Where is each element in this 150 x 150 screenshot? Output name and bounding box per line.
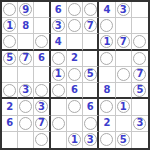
given-digit: 6 [55, 5, 62, 15]
cell-r4c5: 2 [67, 51, 83, 67]
cell-r3c5[interactable] [67, 34, 83, 50]
odd-circle-empty [19, 117, 32, 130]
odd-circle-empty [35, 35, 48, 48]
cell-r7c7[interactable] [99, 99, 115, 115]
odd-circle-empty [3, 3, 16, 16]
sudoku-board: 964318374175762157368523616723135 [0, 0, 150, 150]
given-digit: 6 [87, 102, 94, 112]
odd-circle-empty [84, 3, 97, 16]
odd-circle-empty [68, 19, 81, 32]
odd-circle-empty [68, 3, 81, 16]
cell-r9c9[interactable] [132, 132, 148, 148]
cell-r5c9: 7 [132, 67, 148, 83]
cell-r7c3: 3 [34, 99, 50, 115]
odd-circle-empty [19, 100, 32, 113]
given-digit: 7 [87, 21, 94, 31]
odd-circle-empty [133, 35, 146, 48]
cell-r3c1[interactable] [2, 34, 18, 50]
cell-r9c6: 3 [83, 132, 99, 148]
cell-r9c1[interactable] [2, 132, 18, 148]
cell-r6c3[interactable] [34, 83, 50, 99]
cell-r2c6: 7 [83, 18, 99, 34]
given-digit: 2 [103, 118, 110, 128]
cell-r9c5: 1 [67, 132, 83, 148]
cell-r6c6[interactable] [83, 83, 99, 99]
given-digit: 1 [120, 102, 127, 112]
given-digit: 2 [6, 102, 13, 112]
given-digit: 1 [71, 135, 78, 145]
odd-circle-empty [100, 52, 113, 65]
cell-r6c4[interactable] [51, 83, 67, 99]
cell-r7c9[interactable] [132, 99, 148, 115]
cell-r9c2[interactable] [18, 132, 34, 148]
odd-circle-empty [52, 84, 65, 97]
cell-r6c1[interactable] [2, 83, 18, 99]
given-digit: 8 [22, 21, 29, 31]
cell-r2c3[interactable] [34, 18, 50, 34]
given-digit: 7 [38, 118, 45, 128]
given-digit: 3 [136, 118, 143, 128]
cell-r3c2[interactable] [18, 34, 34, 50]
cell-r2c5[interactable] [67, 18, 83, 34]
cell-r3c3[interactable] [34, 34, 50, 50]
given-digit: 1 [103, 37, 110, 47]
cell-r4c6[interactable] [83, 51, 99, 67]
cell-r7c2[interactable] [18, 99, 34, 115]
cell-r8c9: 3 [132, 116, 148, 132]
cell-r6c2: 3 [18, 83, 34, 99]
cell-r6c9: 5 [132, 83, 148, 99]
cell-r5c6: 5 [83, 67, 99, 83]
cell-r1c2: 9 [18, 2, 34, 18]
cell-r3c8: 7 [116, 34, 132, 50]
cell-r9c4[interactable] [51, 132, 67, 148]
given-digit: 5 [120, 135, 127, 145]
cell-r4c8[interactable] [116, 51, 132, 67]
cell-r7c6: 6 [83, 99, 99, 115]
given-digit: 2 [71, 53, 78, 63]
cell-r4c1: 5 [2, 51, 18, 67]
cell-r8c1: 6 [2, 116, 18, 132]
cell-r8c8[interactable] [116, 116, 132, 132]
odd-circle-empty [35, 84, 48, 97]
cell-r8c2[interactable] [18, 116, 34, 132]
given-digit: 4 [55, 37, 62, 47]
cell-r1c7: 4 [99, 2, 115, 18]
cell-r2c4: 3 [51, 18, 67, 34]
cell-r8c3: 7 [34, 116, 50, 132]
cell-r8c7: 2 [99, 116, 115, 132]
odd-circle-empty [52, 117, 65, 130]
cell-r3c4: 4 [51, 34, 67, 50]
given-digit: 7 [22, 53, 29, 63]
cell-r1c3[interactable] [34, 2, 50, 18]
given-digit: 1 [6, 21, 13, 31]
cell-r8c4[interactable] [51, 116, 67, 132]
odd-circle-empty [35, 133, 48, 146]
cell-r6c7: 8 [99, 83, 115, 99]
odd-circle-empty [117, 68, 130, 81]
odd-circle-empty [3, 35, 16, 48]
cell-r4c7[interactable] [99, 51, 115, 67]
cell-r1c4: 6 [51, 2, 67, 18]
odd-circle-empty [100, 133, 113, 146]
cell-r4c3: 6 [34, 51, 50, 67]
cell-r8c5[interactable] [67, 116, 83, 132]
cell-r9c7[interactable] [99, 132, 115, 148]
cell-r2c9[interactable] [132, 18, 148, 34]
cell-r5c3[interactable] [34, 67, 50, 83]
cell-r8c6[interactable] [83, 116, 99, 132]
cell-r3c9[interactable] [132, 34, 148, 50]
odd-circle-empty [68, 100, 81, 113]
given-digit: 6 [38, 53, 45, 63]
cell-r5c4: 1 [51, 67, 67, 83]
cell-r5c7[interactable] [99, 67, 115, 83]
given-digit: 6 [71, 85, 78, 95]
cell-r7c4[interactable] [51, 99, 67, 115]
given-digit: 6 [6, 118, 13, 128]
cell-r6c5: 6 [67, 83, 83, 99]
given-digit: 3 [87, 135, 94, 145]
cell-r7c5[interactable] [67, 99, 83, 115]
cell-r4c2: 7 [18, 51, 34, 67]
cell-r5c2[interactable] [18, 67, 34, 83]
cell-r2c8[interactable] [116, 18, 132, 34]
given-digit: 4 [103, 5, 110, 15]
odd-circle-empty [84, 117, 97, 130]
cell-r7c8: 1 [116, 99, 132, 115]
given-digit: 5 [6, 53, 13, 63]
given-digit: 7 [120, 37, 127, 47]
odd-circle-empty [3, 84, 16, 97]
cell-r5c5[interactable] [67, 67, 83, 83]
given-digit: 9 [22, 5, 29, 15]
cell-r9c3[interactable] [34, 132, 50, 148]
cell-r3c6[interactable] [83, 34, 99, 50]
given-digit: 3 [38, 102, 45, 112]
given-digit: 7 [136, 69, 143, 79]
odd-circle-empty [52, 52, 65, 65]
given-digit: 8 [103, 85, 110, 95]
cell-r4c9[interactable] [132, 51, 148, 67]
given-digit: 3 [22, 85, 29, 95]
cell-r5c1[interactable] [2, 67, 18, 83]
cell-r1c6[interactable] [83, 2, 99, 18]
cell-r1c5[interactable] [67, 2, 83, 18]
odd-circle-empty [100, 19, 113, 32]
odd-circle-empty [68, 68, 81, 81]
cell-r1c1[interactable] [2, 2, 18, 18]
cell-r2c2: 8 [18, 18, 34, 34]
cell-r1c9[interactable] [132, 2, 148, 18]
cell-r2c7[interactable] [99, 18, 115, 34]
odd-circle-empty [100, 100, 113, 113]
given-digit: 1 [55, 69, 62, 79]
cell-r9c8: 5 [116, 132, 132, 148]
cell-r1c8: 3 [116, 2, 132, 18]
given-digit: 5 [136, 85, 143, 95]
cell-r2c1: 1 [2, 18, 18, 34]
given-digit: 5 [87, 69, 94, 79]
given-digit: 3 [120, 5, 127, 15]
given-digit: 3 [55, 21, 62, 31]
cell-r7c1: 2 [2, 99, 18, 115]
cell-r4c4[interactable] [51, 51, 67, 67]
cell-r3c7: 1 [99, 34, 115, 50]
cell-r6c8[interactable] [116, 83, 132, 99]
cell-r5c8[interactable] [116, 67, 132, 83]
odd-circle-empty [133, 52, 146, 65]
